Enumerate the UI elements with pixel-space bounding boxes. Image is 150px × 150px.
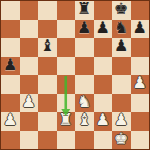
square-b5[interactable] [20, 57, 39, 76]
square-a4[interactable] [1, 75, 20, 94]
square-f6[interactable] [94, 38, 113, 57]
square-e3[interactable]: ♞ [75, 94, 94, 113]
square-e8[interactable]: ♜ [75, 1, 94, 20]
square-g5[interactable] [112, 57, 131, 76]
square-c4[interactable] [38, 75, 57, 94]
square-d6[interactable] [57, 38, 76, 57]
square-h2[interactable] [131, 112, 150, 131]
piece-white-king-g1[interactable]: ♚ [114, 131, 128, 147]
square-e4[interactable] [75, 75, 94, 94]
square-f8[interactable] [94, 1, 113, 20]
square-c1[interactable] [38, 131, 57, 150]
square-g2[interactable]: ♟ [112, 112, 131, 131]
square-g3[interactable] [112, 94, 131, 113]
square-f2[interactable]: ♟ [94, 112, 113, 131]
square-b7[interactable] [20, 20, 39, 39]
square-g1[interactable]: ♚ [112, 131, 131, 150]
piece-black-rook-e8[interactable]: ♜ [77, 1, 91, 17]
piece-black-knight-g7[interactable]: ♞ [114, 20, 128, 36]
square-b2[interactable] [20, 112, 39, 131]
square-h6[interactable] [131, 38, 150, 57]
square-f5[interactable] [94, 57, 113, 76]
square-d4[interactable] [57, 75, 76, 94]
chess-board[interactable]: ♜♚♟♟♞♟♝♟♟♟♟♞♟♜♝♟♟♚ [1, 1, 149, 149]
square-e6[interactable] [75, 38, 94, 57]
piece-white-pawn-a2[interactable]: ♟ [3, 112, 17, 128]
square-a3[interactable] [1, 94, 20, 113]
piece-white-pawn-h4[interactable]: ♟ [133, 75, 147, 91]
square-h3[interactable] [131, 94, 150, 113]
square-d5[interactable] [57, 57, 76, 76]
square-f1[interactable] [94, 131, 113, 150]
square-a1[interactable] [1, 131, 20, 150]
square-e2[interactable]: ♝ [75, 112, 94, 131]
square-h4[interactable]: ♟ [131, 75, 150, 94]
piece-black-pawn-g6[interactable]: ♟ [114, 38, 128, 54]
square-g6[interactable]: ♟ [112, 38, 131, 57]
piece-white-pawn-g2[interactable]: ♟ [114, 112, 128, 128]
square-f7[interactable]: ♟ [94, 20, 113, 39]
square-c6[interactable]: ♝ [38, 38, 57, 57]
square-d2[interactable]: ♜ [57, 112, 76, 131]
square-a6[interactable] [1, 38, 20, 57]
square-g8[interactable]: ♚ [112, 1, 131, 20]
square-g7[interactable]: ♞ [112, 20, 131, 39]
square-d3[interactable] [57, 94, 76, 113]
square-c3[interactable] [38, 94, 57, 113]
piece-black-pawn-a5[interactable]: ♟ [3, 57, 17, 73]
piece-white-pawn-f2[interactable]: ♟ [96, 112, 110, 128]
square-c8[interactable] [38, 1, 57, 20]
square-h8[interactable] [131, 1, 150, 20]
square-c7[interactable] [38, 20, 57, 39]
square-a2[interactable]: ♟ [1, 112, 20, 131]
square-d1[interactable] [57, 131, 76, 150]
square-a8[interactable] [1, 1, 20, 20]
piece-black-king-g8[interactable]: ♚ [114, 1, 128, 17]
square-a7[interactable] [1, 20, 20, 39]
square-b3[interactable]: ♟ [20, 94, 39, 113]
piece-white-rook-d2[interactable]: ♜ [59, 112, 73, 128]
piece-black-bishop-c6[interactable]: ♝ [40, 38, 54, 54]
piece-black-pawn-e7[interactable]: ♟ [77, 20, 91, 36]
piece-black-pawn-h7[interactable]: ♟ [133, 20, 147, 36]
square-f3[interactable] [94, 94, 113, 113]
square-g4[interactable] [112, 75, 131, 94]
square-h7[interactable]: ♟ [131, 20, 150, 39]
square-e1[interactable] [75, 131, 94, 150]
square-b1[interactable] [20, 131, 39, 150]
piece-white-bishop-e2[interactable]: ♝ [77, 112, 91, 128]
piece-white-knight-e3[interactable]: ♞ [77, 94, 91, 110]
square-d7[interactable] [57, 20, 76, 39]
piece-white-pawn-b3[interactable]: ♟ [22, 94, 36, 110]
square-c5[interactable] [38, 57, 57, 76]
square-b8[interactable] [20, 1, 39, 20]
square-c2[interactable] [38, 112, 57, 131]
square-d8[interactable] [57, 1, 76, 20]
square-e7[interactable]: ♟ [75, 20, 94, 39]
square-b6[interactable] [20, 38, 39, 57]
square-h1[interactable] [131, 131, 150, 150]
square-b4[interactable] [20, 75, 39, 94]
square-e5[interactable] [75, 57, 94, 76]
square-h5[interactable] [131, 57, 150, 76]
square-a5[interactable]: ♟ [1, 57, 20, 76]
piece-black-pawn-f7[interactable]: ♟ [96, 20, 110, 36]
chess-board-container: ♜♚♟♟♞♟♝♟♟♟♟♞♟♜♝♟♟♚ [0, 0, 150, 150]
square-f4[interactable] [94, 75, 113, 94]
